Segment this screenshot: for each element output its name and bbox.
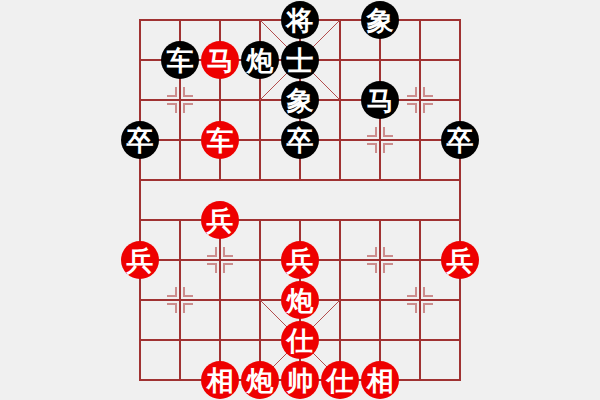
black-elephant[interactable]: 象 [361,1,399,39]
red-horse[interactable]: 马 [201,41,239,79]
red-general[interactable]: 帅 [281,361,319,399]
black-soldier[interactable]: 卒 [441,121,479,159]
xiangqi-board: 将象车马炮士象马卒车卒卒兵兵兵兵炮仕相炮帅仕相 [0,0,600,400]
red-elephant[interactable]: 相 [201,361,239,399]
black-chariot[interactable]: 车 [161,41,199,79]
red-elephant[interactable]: 相 [361,361,399,399]
red-soldier[interactable]: 兵 [441,241,479,279]
black-advisor[interactable]: 士 [281,41,319,79]
red-soldier[interactable]: 兵 [121,241,159,279]
black-cannon[interactable]: 炮 [241,41,279,79]
red-cannon[interactable]: 炮 [241,361,279,399]
red-cannon[interactable]: 炮 [281,281,319,319]
red-advisor[interactable]: 仕 [281,321,319,359]
red-chariot[interactable]: 车 [201,121,239,159]
red-advisor[interactable]: 仕 [321,361,359,399]
red-soldier[interactable]: 兵 [201,201,239,239]
red-soldier[interactable]: 兵 [281,241,319,279]
black-soldier[interactable]: 卒 [121,121,159,159]
black-horse[interactable]: 马 [361,81,399,119]
black-general[interactable]: 将 [281,1,319,39]
black-elephant[interactable]: 象 [281,81,319,119]
black-soldier[interactable]: 卒 [281,121,319,159]
pieces-layer[interactable]: 将象车马炮士象马卒车卒卒兵兵兵兵炮仕相炮帅仕相 [120,0,480,400]
